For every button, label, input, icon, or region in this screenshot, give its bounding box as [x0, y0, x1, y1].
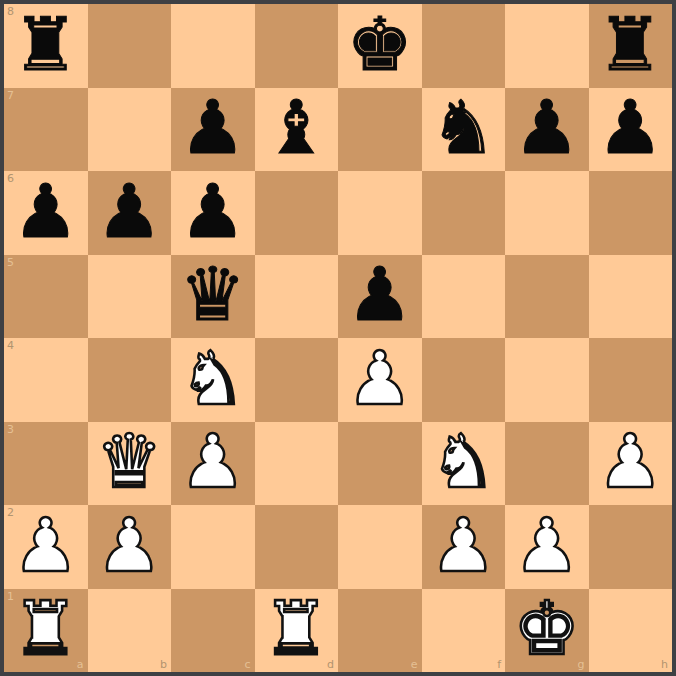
white-pawn-piece[interactable]: ♟: [597, 424, 663, 498]
square-g4[interactable]: [505, 338, 589, 422]
square-b1[interactable]: b: [88, 589, 172, 673]
square-d2[interactable]: [255, 505, 339, 589]
square-b4[interactable]: [88, 338, 172, 422]
square-g5[interactable]: [505, 255, 589, 339]
square-h4[interactable]: [589, 338, 673, 422]
square-f4[interactable]: [422, 338, 506, 422]
rank-label-3: 3: [7, 424, 14, 435]
square-f2[interactable]: ♟: [422, 505, 506, 589]
square-c4[interactable]: ♞: [171, 338, 255, 422]
square-d6[interactable]: [255, 171, 339, 255]
white-knight-piece[interactable]: ♞: [180, 341, 246, 415]
square-b5[interactable]: [88, 255, 172, 339]
file-label-b: b: [160, 659, 167, 670]
square-e7[interactable]: [338, 88, 422, 172]
square-h3[interactable]: ♟: [589, 422, 673, 506]
white-queen-piece[interactable]: ♛: [96, 424, 162, 498]
square-b8[interactable]: [88, 4, 172, 88]
square-e3[interactable]: [338, 422, 422, 506]
white-pawn-piece[interactable]: ♟: [514, 508, 580, 582]
square-d8[interactable]: [255, 4, 339, 88]
black-pawn-piece[interactable]: ♟: [96, 174, 162, 248]
square-e4[interactable]: ♟: [338, 338, 422, 422]
square-f8[interactable]: [422, 4, 506, 88]
square-d5[interactable]: [255, 255, 339, 339]
square-h8[interactable]: ♜: [589, 4, 673, 88]
square-g1[interactable]: g♚: [505, 589, 589, 673]
square-c1[interactable]: c: [171, 589, 255, 673]
square-h6[interactable]: [589, 171, 673, 255]
square-e2[interactable]: [338, 505, 422, 589]
square-a5[interactable]: 5: [4, 255, 88, 339]
square-a2[interactable]: 2♟: [4, 505, 88, 589]
square-c8[interactable]: [171, 4, 255, 88]
square-f1[interactable]: f: [422, 589, 506, 673]
black-pawn-piece[interactable]: ♟: [13, 174, 79, 248]
square-b6[interactable]: ♟: [88, 171, 172, 255]
black-pawn-piece[interactable]: ♟: [347, 257, 413, 331]
square-f7[interactable]: ♞: [422, 88, 506, 172]
square-a4[interactable]: 4: [4, 338, 88, 422]
square-d1[interactable]: d♜: [255, 589, 339, 673]
square-b3[interactable]: ♛: [88, 422, 172, 506]
black-pawn-piece[interactable]: ♟: [180, 90, 246, 164]
square-c6[interactable]: ♟: [171, 171, 255, 255]
square-h1[interactable]: h: [589, 589, 673, 673]
square-e1[interactable]: e: [338, 589, 422, 673]
square-d7[interactable]: ♝: [255, 88, 339, 172]
square-e8[interactable]: ♚: [338, 4, 422, 88]
rank-label-5: 5: [7, 257, 14, 268]
black-pawn-piece[interactable]: ♟: [180, 174, 246, 248]
square-b7[interactable]: [88, 88, 172, 172]
square-b2[interactable]: ♟: [88, 505, 172, 589]
square-a8[interactable]: 8♜: [4, 4, 88, 88]
black-rook-piece[interactable]: ♜: [13, 7, 79, 81]
square-g7[interactable]: ♟: [505, 88, 589, 172]
white-king-piece[interactable]: ♚: [514, 591, 580, 665]
square-d3[interactable]: [255, 422, 339, 506]
white-pawn-piece[interactable]: ♟: [180, 424, 246, 498]
square-e5[interactable]: ♟: [338, 255, 422, 339]
file-label-c: c: [244, 659, 250, 670]
square-h7[interactable]: ♟: [589, 88, 673, 172]
square-g3[interactable]: [505, 422, 589, 506]
white-pawn-piece[interactable]: ♟: [13, 508, 79, 582]
white-rook-piece[interactable]: ♜: [13, 591, 79, 665]
square-g6[interactable]: [505, 171, 589, 255]
rank-label-7: 7: [7, 90, 14, 101]
square-c2[interactable]: [171, 505, 255, 589]
black-king-piece[interactable]: ♚: [347, 7, 413, 81]
black-rook-piece[interactable]: ♜: [597, 7, 663, 81]
black-pawn-piece[interactable]: ♟: [597, 90, 663, 164]
square-f3[interactable]: ♞: [422, 422, 506, 506]
chess-board: 8♜♚♜7♟♝♞♟♟6♟♟♟5♛♟4♞♟3♛♟♞♟2♟♟♟♟1a♜bcd♜efg…: [0, 0, 676, 676]
square-h5[interactable]: [589, 255, 673, 339]
white-rook-piece[interactable]: ♜: [263, 591, 329, 665]
square-f6[interactable]: [422, 171, 506, 255]
square-h2[interactable]: [589, 505, 673, 589]
square-a6[interactable]: 6♟: [4, 171, 88, 255]
square-f5[interactable]: [422, 255, 506, 339]
square-a3[interactable]: 3: [4, 422, 88, 506]
white-pawn-piece[interactable]: ♟: [347, 341, 413, 415]
black-bishop-piece[interactable]: ♝: [263, 90, 329, 164]
black-knight-piece[interactable]: ♞: [430, 90, 496, 164]
square-g2[interactable]: ♟: [505, 505, 589, 589]
white-pawn-piece[interactable]: ♟: [96, 508, 162, 582]
square-g8[interactable]: [505, 4, 589, 88]
file-label-e: e: [411, 659, 418, 670]
black-pawn-piece[interactable]: ♟: [514, 90, 580, 164]
white-knight-piece[interactable]: ♞: [430, 424, 496, 498]
square-a1[interactable]: 1a♜: [4, 589, 88, 673]
square-e6[interactable]: [338, 171, 422, 255]
square-d4[interactable]: [255, 338, 339, 422]
square-c5[interactable]: ♛: [171, 255, 255, 339]
square-a7[interactable]: 7: [4, 88, 88, 172]
white-pawn-piece[interactable]: ♟: [430, 508, 496, 582]
black-queen-piece[interactable]: ♛: [180, 257, 246, 331]
square-c3[interactable]: ♟: [171, 422, 255, 506]
file-label-f: f: [497, 659, 501, 670]
file-label-h: h: [661, 659, 668, 670]
square-c7[interactable]: ♟: [171, 88, 255, 172]
rank-label-4: 4: [7, 340, 14, 351]
